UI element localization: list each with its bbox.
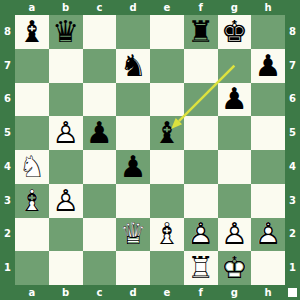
file-labels-bottom: abcdefgh xyxy=(15,285,285,300)
square-a4[interactable]: ♞♘ xyxy=(15,150,49,184)
black-pawn-d4[interactable]: ♟ xyxy=(116,150,150,184)
square-c2[interactable] xyxy=(83,218,117,252)
rank-label-5: 5 xyxy=(0,116,15,150)
square-e3[interactable] xyxy=(150,184,184,218)
file-label-a: a xyxy=(15,285,49,300)
square-f8[interactable]: ♜ xyxy=(184,15,218,49)
square-e2[interactable]: ♝♗ xyxy=(150,218,184,252)
chess-diagram: abcdefgh abcdefgh 87654321 87654321 ♝♛♜♚… xyxy=(0,0,300,300)
square-a1[interactable] xyxy=(15,251,49,285)
square-a3[interactable]: ♝♗ xyxy=(15,184,49,218)
white-pawn-b5[interactable]: ♟♙ xyxy=(49,116,83,150)
square-a7[interactable] xyxy=(15,49,49,83)
square-c7[interactable] xyxy=(83,49,117,83)
square-d5[interactable] xyxy=(116,116,150,150)
square-h7[interactable]: ♟ xyxy=(251,49,285,83)
white-bishop-a3[interactable]: ♝♗ xyxy=(15,184,49,218)
black-pawn-g6[interactable]: ♟ xyxy=(218,83,252,117)
rank-label-6: 6 xyxy=(285,83,300,117)
square-e1[interactable] xyxy=(150,251,184,285)
chess-board[interactable]: ♝♛♜♚♞♟♟♟♙♟♝♞♘♟♝♗♟♙♛♕♝♗♟♙♟♙♟♙♜♖♚♔ xyxy=(15,15,285,285)
file-label-b: b xyxy=(49,0,83,15)
white-knight-a4[interactable]: ♞♘ xyxy=(15,150,49,184)
square-c3[interactable] xyxy=(83,184,117,218)
rank-label-5: 5 xyxy=(285,116,300,150)
white-king-g1[interactable]: ♚♔ xyxy=(218,251,252,285)
file-label-d: d xyxy=(116,285,150,300)
rank-label-4: 4 xyxy=(285,150,300,184)
square-g5[interactable] xyxy=(218,116,252,150)
square-g8[interactable]: ♚ xyxy=(218,15,252,49)
white-pawn-b3[interactable]: ♟♙ xyxy=(49,184,83,218)
rank-labels-right: 87654321 xyxy=(285,15,300,285)
square-c8[interactable] xyxy=(83,15,117,49)
square-g7[interactable] xyxy=(218,49,252,83)
square-b5[interactable]: ♟♙ xyxy=(49,116,83,150)
file-label-h: h xyxy=(251,285,285,300)
file-labels-top: abcdefgh xyxy=(15,0,285,15)
black-queen-b8[interactable]: ♛ xyxy=(49,15,83,49)
square-d4[interactable]: ♟ xyxy=(116,150,150,184)
square-c6[interactable] xyxy=(83,83,117,117)
square-f6[interactable] xyxy=(184,83,218,117)
square-c1[interactable] xyxy=(83,251,117,285)
file-label-c: c xyxy=(83,285,117,300)
black-rook-f8[interactable]: ♜ xyxy=(184,15,218,49)
rank-label-4: 4 xyxy=(0,150,15,184)
black-knight-d7[interactable]: ♞ xyxy=(116,49,150,83)
white-pawn-f2[interactable]: ♟♙ xyxy=(184,218,218,252)
rank-label-3: 3 xyxy=(285,184,300,218)
square-b1[interactable] xyxy=(49,251,83,285)
square-f2[interactable]: ♟♙ xyxy=(184,218,218,252)
square-f1[interactable]: ♜♖ xyxy=(184,251,218,285)
file-label-h: h xyxy=(251,0,285,15)
square-e8[interactable] xyxy=(150,15,184,49)
square-a2[interactable] xyxy=(15,218,49,252)
square-h8[interactable] xyxy=(251,15,285,49)
white-pawn-h2[interactable]: ♟♙ xyxy=(251,218,285,252)
square-b7[interactable] xyxy=(49,49,83,83)
square-b4[interactable] xyxy=(49,150,83,184)
file-label-f: f xyxy=(184,285,218,300)
square-d7[interactable]: ♞ xyxy=(116,49,150,83)
black-pawn-c5[interactable]: ♟ xyxy=(83,116,117,150)
black-bishop-a8[interactable]: ♝ xyxy=(15,15,49,49)
square-e4[interactable] xyxy=(150,150,184,184)
white-bishop-e2[interactable]: ♝♗ xyxy=(150,218,184,252)
rank-label-3: 3 xyxy=(0,184,15,218)
white-rook-f1[interactable]: ♜♖ xyxy=(184,251,218,285)
rank-label-8: 8 xyxy=(0,15,15,49)
square-c4[interactable] xyxy=(83,150,117,184)
square-h2[interactable]: ♟♙ xyxy=(251,218,285,252)
file-label-a: a xyxy=(15,0,49,15)
file-label-b: b xyxy=(49,285,83,300)
square-g6[interactable]: ♟ xyxy=(218,83,252,117)
square-b3[interactable]: ♟♙ xyxy=(49,184,83,218)
square-c5[interactable]: ♟ xyxy=(83,116,117,150)
square-h1[interactable] xyxy=(251,251,285,285)
square-g4[interactable] xyxy=(218,150,252,184)
square-g1[interactable]: ♚♔ xyxy=(218,251,252,285)
black-pawn-h7[interactable]: ♟ xyxy=(251,49,285,83)
file-label-f: f xyxy=(184,0,218,15)
file-label-g: g xyxy=(218,285,252,300)
white-to-move-indicator xyxy=(288,288,297,297)
square-h4[interactable] xyxy=(251,150,285,184)
file-label-d: d xyxy=(116,0,150,15)
rank-label-2: 2 xyxy=(0,218,15,252)
rank-label-2: 2 xyxy=(285,218,300,252)
square-f5[interactable] xyxy=(184,116,218,150)
file-label-c: c xyxy=(83,0,117,15)
file-label-g: g xyxy=(218,0,252,15)
square-d8[interactable] xyxy=(116,15,150,49)
square-f4[interactable] xyxy=(184,150,218,184)
square-f7[interactable] xyxy=(184,49,218,83)
rank-label-1: 1 xyxy=(285,251,300,285)
rank-label-6: 6 xyxy=(0,83,15,117)
square-e5[interactable]: ♝ xyxy=(150,116,184,150)
rank-label-1: 1 xyxy=(0,251,15,285)
square-g2[interactable]: ♟♙ xyxy=(218,218,252,252)
rank-labels-left: 87654321 xyxy=(0,15,15,285)
square-f3[interactable] xyxy=(184,184,218,218)
white-pawn-g2[interactable]: ♟♙ xyxy=(218,218,252,252)
black-bishop-e5[interactable]: ♝ xyxy=(150,116,184,150)
white-queen-d2[interactable]: ♛♕ xyxy=(116,218,150,252)
square-a8[interactable]: ♝ xyxy=(15,15,49,49)
square-h6[interactable] xyxy=(251,83,285,117)
square-a6[interactable] xyxy=(15,83,49,117)
square-e6[interactable] xyxy=(150,83,184,117)
square-h3[interactable] xyxy=(251,184,285,218)
rank-label-7: 7 xyxy=(285,49,300,83)
square-h5[interactable] xyxy=(251,116,285,150)
square-b8[interactable]: ♛ xyxy=(49,15,83,49)
square-d1[interactable] xyxy=(116,251,150,285)
square-d6[interactable] xyxy=(116,83,150,117)
square-b6[interactable] xyxy=(49,83,83,117)
black-king-g8[interactable]: ♚ xyxy=(218,15,252,49)
square-e7[interactable] xyxy=(150,49,184,83)
square-b2[interactable] xyxy=(49,218,83,252)
file-label-e: e xyxy=(150,285,184,300)
square-a5[interactable] xyxy=(15,116,49,150)
square-d3[interactable] xyxy=(116,184,150,218)
square-d2[interactable]: ♛♕ xyxy=(116,218,150,252)
file-label-e: e xyxy=(150,0,184,15)
square-g3[interactable] xyxy=(218,184,252,218)
rank-label-7: 7 xyxy=(0,49,15,83)
rank-label-8: 8 xyxy=(285,15,300,49)
